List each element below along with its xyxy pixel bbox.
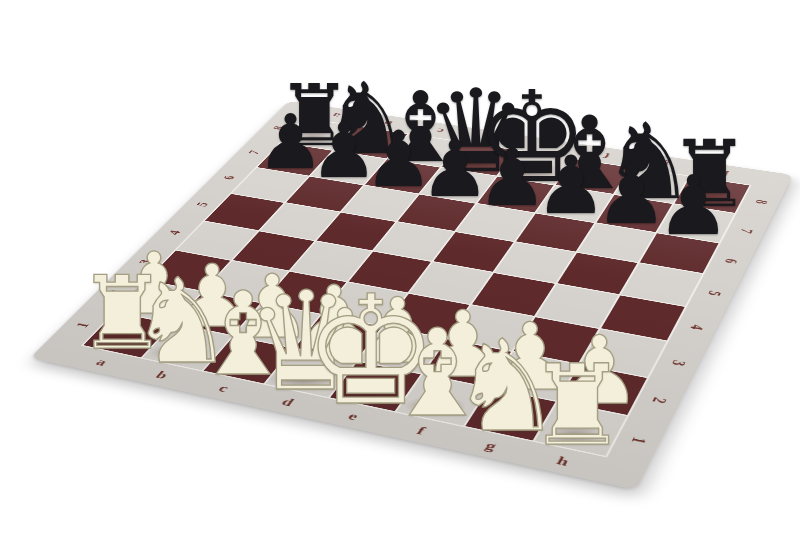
rank-label-right-7: 7 [737,228,755,234]
rank-label-right-5: 5 [704,290,723,297]
rank-label-right-6: 6 [721,258,740,265]
rank-label-left-1: 1 [73,321,92,328]
photo-stage: aabbccddeeffgghh1122334455667788 ♜♞♝♛♚♝♞… [0,0,800,533]
rank-label-left-3: 3 [136,258,154,265]
rank-label-right-2: 2 [648,396,669,405]
board-grid [81,118,752,458]
file-label-near-f: f [415,425,428,437]
chess-mat: aabbccddeeffgghh1122334455667788 [30,101,793,490]
rank-label-left-5: 5 [193,201,210,207]
file-label-far-d: d [488,135,501,143]
file-label-far-b: b [381,119,394,126]
file-label-near-e: e [346,410,361,422]
file-label-far-e: e [544,143,555,150]
rank-label-left-8: 8 [270,125,286,130]
file-label-near-g: g [483,439,499,452]
file-label-far-g: g [659,160,671,168]
file-label-near-a: a [94,356,110,367]
file-label-near-c: c [216,383,231,394]
rank-label-left-6: 6 [220,175,237,181]
rank-label-right-1: 1 [628,436,650,445]
rank-label-right-8: 8 [752,199,770,205]
rank-label-right-3: 3 [668,359,689,367]
file-label-near-h: h [555,454,572,467]
file-label-far-a: a [330,112,342,119]
file-label-far-h: h [718,169,731,177]
file-label-near-b: b [153,369,170,380]
file-label-far-f: f [602,152,611,159]
file-label-far-c: c [435,127,446,134]
file-label-near-d: d [279,396,296,408]
rank-label-left-7: 7 [245,150,262,155]
rank-label-left-4: 4 [165,229,183,235]
rank-label-right-4: 4 [687,323,707,331]
rank-label-left-2: 2 [105,289,124,296]
